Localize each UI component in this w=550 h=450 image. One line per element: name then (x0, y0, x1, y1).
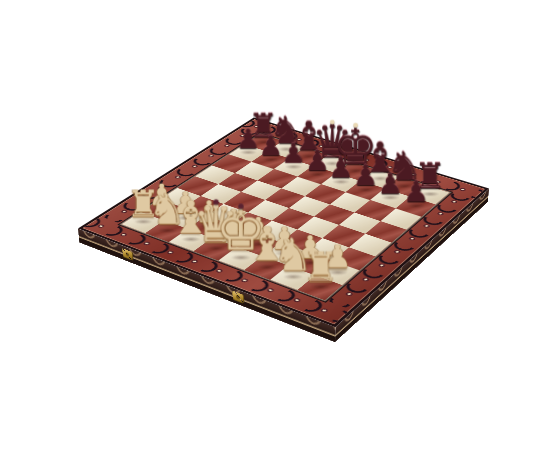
brass-clasp-left (122, 248, 132, 260)
product-photo-scene: ♜♞♝♛♚♝♞♜♟♟♟♟♟♟♟♟♟♟♟♟♟♟♟♟♜♞♝♛♚♝♞♜ (0, 0, 550, 450)
square-h6[interactable] (380, 208, 421, 229)
square-h1[interactable]: ♜ (297, 275, 342, 300)
chess-board: ♜♞♝♛♚♝♞♜♟♟♟♟♟♟♟♟♟♟♟♟♟♟♟♟♜♞♝♛♚♝♞♜ (78, 118, 489, 328)
piece-black-pawn[interactable]: ♟ (385, 177, 446, 206)
piece-white-rook[interactable]: ♜ (286, 248, 354, 288)
brass-clasp-right (233, 291, 244, 303)
